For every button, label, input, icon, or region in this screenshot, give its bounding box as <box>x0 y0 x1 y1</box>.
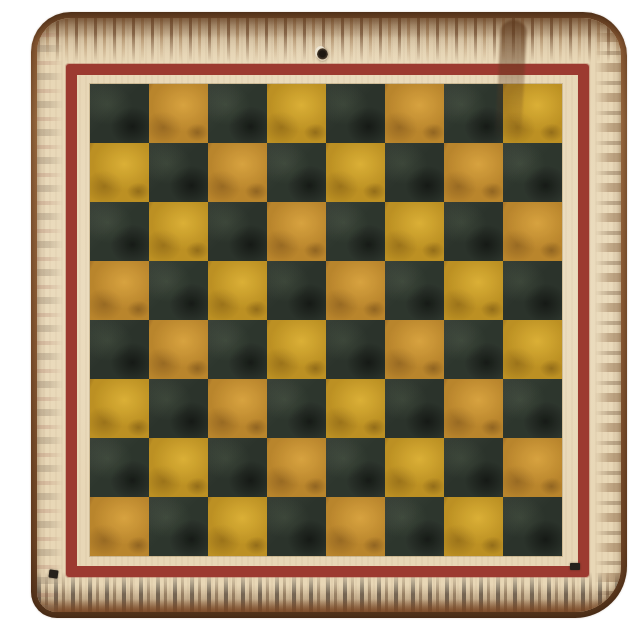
square-a1[interactable] <box>90 497 149 556</box>
square-e8[interactable] <box>326 84 385 143</box>
distress-bottom-streaks <box>37 572 621 612</box>
square-a6[interactable] <box>90 202 149 261</box>
square-e2[interactable] <box>326 438 385 497</box>
square-a4[interactable] <box>90 320 149 379</box>
square-h7[interactable] <box>503 143 562 202</box>
hanging-hole <box>317 48 328 61</box>
square-g2[interactable] <box>444 438 503 497</box>
square-d7[interactable] <box>267 143 326 202</box>
square-f6[interactable] <box>385 202 444 261</box>
square-c4[interactable] <box>208 320 267 379</box>
square-d3[interactable] <box>267 379 326 438</box>
square-g3[interactable] <box>444 379 503 438</box>
square-h4[interactable] <box>503 320 562 379</box>
square-c1[interactable] <box>208 497 267 556</box>
square-e7[interactable] <box>326 143 385 202</box>
square-a7[interactable] <box>90 143 149 202</box>
nail-mark-bottom-left <box>48 569 58 578</box>
square-e5[interactable] <box>326 261 385 320</box>
square-b6[interactable] <box>149 202 208 261</box>
square-d8[interactable] <box>267 84 326 143</box>
nail-mark-right <box>570 563 580 570</box>
square-d4[interactable] <box>267 320 326 379</box>
square-a2[interactable] <box>90 438 149 497</box>
square-f7[interactable] <box>385 143 444 202</box>
square-e6[interactable] <box>326 202 385 261</box>
square-e3[interactable] <box>326 379 385 438</box>
square-a3[interactable] <box>90 379 149 438</box>
square-c3[interactable] <box>208 379 267 438</box>
square-h5[interactable] <box>503 261 562 320</box>
square-b7[interactable] <box>149 143 208 202</box>
distress-top-streaks <box>37 18 621 64</box>
square-b3[interactable] <box>149 379 208 438</box>
gameboard <box>31 12 627 618</box>
square-a8[interactable] <box>90 84 149 143</box>
photo-background <box>0 0 635 635</box>
square-d6[interactable] <box>267 202 326 261</box>
square-g4[interactable] <box>444 320 503 379</box>
square-c7[interactable] <box>208 143 267 202</box>
square-h2[interactable] <box>503 438 562 497</box>
square-f8[interactable] <box>385 84 444 143</box>
square-f3[interactable] <box>385 379 444 438</box>
square-c5[interactable] <box>208 261 267 320</box>
square-c6[interactable] <box>208 202 267 261</box>
square-c8[interactable] <box>208 84 267 143</box>
square-d2[interactable] <box>267 438 326 497</box>
square-d1[interactable] <box>267 497 326 556</box>
square-f2[interactable] <box>385 438 444 497</box>
square-g8[interactable] <box>444 84 503 143</box>
square-b5[interactable] <box>149 261 208 320</box>
square-d5[interactable] <box>267 261 326 320</box>
square-a5[interactable] <box>90 261 149 320</box>
square-g7[interactable] <box>444 143 503 202</box>
square-h1[interactable] <box>503 497 562 556</box>
distress-right-streaks <box>595 18 621 612</box>
square-f1[interactable] <box>385 497 444 556</box>
square-h6[interactable] <box>503 202 562 261</box>
board-face <box>37 18 621 612</box>
rust-bottom-edge <box>37 599 621 612</box>
square-g6[interactable] <box>444 202 503 261</box>
square-b1[interactable] <box>149 497 208 556</box>
square-f4[interactable] <box>385 320 444 379</box>
square-c2[interactable] <box>208 438 267 497</box>
square-h3[interactable] <box>503 379 562 438</box>
square-g1[interactable] <box>444 497 503 556</box>
square-g5[interactable] <box>444 261 503 320</box>
square-e4[interactable] <box>326 320 385 379</box>
square-e1[interactable] <box>326 497 385 556</box>
distress-left-streaks <box>37 18 63 612</box>
square-b8[interactable] <box>149 84 208 143</box>
checkerboard-grid <box>90 84 562 556</box>
square-b2[interactable] <box>149 438 208 497</box>
square-f5[interactable] <box>385 261 444 320</box>
square-b4[interactable] <box>149 320 208 379</box>
